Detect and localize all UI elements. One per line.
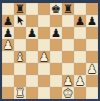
square-d4[interactable]: ♟ <box>38 51 50 63</box>
white-rook-b1[interactable]: ♜ <box>14 87 26 99</box>
square-h7[interactable]: ♟ <box>86 15 98 27</box>
square-a3[interactable] <box>2 63 14 75</box>
square-f1[interactable]: ♚ <box>62 87 74 99</box>
square-g1[interactable] <box>74 87 86 99</box>
square-c2[interactable] <box>26 75 38 87</box>
square-c5[interactable] <box>26 39 38 51</box>
chess-app-window: ♜♚♜♟♟♟♟♟♟♟♝♟♟♟♟♜♚ <box>0 0 100 101</box>
square-b1[interactable]: ♜ <box>14 87 26 99</box>
square-h1[interactable] <box>86 87 98 99</box>
square-a4[interactable] <box>2 51 14 63</box>
square-h6[interactable] <box>86 27 98 39</box>
square-f5[interactable] <box>62 39 74 51</box>
square-f6[interactable] <box>62 27 74 39</box>
white-bishop-b4[interactable]: ♝ <box>14 51 26 63</box>
square-f8[interactable]: ♜ <box>62 3 74 15</box>
square-a2[interactable] <box>2 75 14 87</box>
square-c6[interactable]: ♟ <box>26 27 38 39</box>
black-pawn-e6[interactable]: ♟ <box>50 27 62 39</box>
square-h5[interactable] <box>86 39 98 51</box>
square-a5[interactable]: ♟ <box>2 39 14 51</box>
black-rook-b8[interactable]: ♜ <box>14 3 26 15</box>
square-e3[interactable] <box>50 63 62 75</box>
square-g7[interactable]: ♟ <box>74 15 86 27</box>
square-b7[interactable] <box>14 15 26 27</box>
square-e1[interactable] <box>50 87 62 99</box>
white-pawn-h3[interactable]: ♟ <box>86 63 98 75</box>
black-king-e8[interactable]: ♚ <box>50 3 62 15</box>
white-pawn-g2[interactable]: ♟ <box>74 75 86 87</box>
square-d8[interactable] <box>38 3 50 15</box>
square-e6[interactable]: ♟ <box>50 27 62 39</box>
black-pawn-h7[interactable]: ♟ <box>86 15 98 27</box>
square-g5[interactable] <box>74 39 86 51</box>
square-b6[interactable] <box>14 27 26 39</box>
white-king-f1[interactable]: ♚ <box>62 87 74 99</box>
square-g4[interactable] <box>74 51 86 63</box>
square-d2[interactable] <box>38 75 50 87</box>
square-b4[interactable]: ♝ <box>14 51 26 63</box>
black-rook-f8[interactable]: ♜ <box>62 3 74 15</box>
square-c8[interactable] <box>26 3 38 15</box>
square-e5[interactable] <box>50 39 62 51</box>
black-pawn-c6[interactable]: ♟ <box>26 27 38 39</box>
white-pawn-d4[interactable]: ♟ <box>38 51 50 63</box>
square-d1[interactable] <box>38 87 50 99</box>
square-b3[interactable] <box>14 63 26 75</box>
white-pawn-a5[interactable]: ♟ <box>2 39 14 51</box>
square-c4[interactable] <box>26 51 38 63</box>
square-h3[interactable]: ♟ <box>86 63 98 75</box>
square-e2[interactable] <box>50 75 62 87</box>
square-e4[interactable] <box>50 51 62 63</box>
square-g6[interactable] <box>74 27 86 39</box>
square-e8[interactable]: ♚ <box>50 3 62 15</box>
square-d6[interactable] <box>38 27 50 39</box>
square-c1[interactable] <box>26 87 38 99</box>
square-f7[interactable] <box>62 15 74 27</box>
square-f4[interactable] <box>62 51 74 63</box>
black-pawn-g7[interactable]: ♟ <box>74 15 86 27</box>
square-d3[interactable] <box>38 63 50 75</box>
square-b8[interactable]: ♜ <box>14 3 26 15</box>
square-c3[interactable] <box>26 63 38 75</box>
square-g2[interactable]: ♟ <box>74 75 86 87</box>
chess-board[interactable]: ♜♚♜♟♟♟♟♟♟♟♝♟♟♟♟♜♚ <box>2 3 98 99</box>
square-h2[interactable] <box>86 75 98 87</box>
square-d7[interactable] <box>38 15 50 27</box>
square-a1[interactable] <box>2 87 14 99</box>
